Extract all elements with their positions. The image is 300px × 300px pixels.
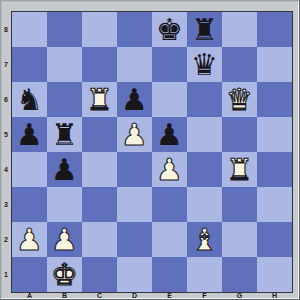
square-a4[interactable]	[12, 152, 47, 187]
white-queen: ♛	[226, 82, 253, 117]
square-g7[interactable]	[222, 47, 257, 82]
chess-board: ♚♜♛♞♜♟♛♟♜♟♟♟♟♜♟♟♝♚	[11, 11, 293, 293]
square-g1[interactable]	[222, 257, 257, 292]
rank-label-2: 2	[1, 222, 11, 257]
rank-label-3: 3	[1, 187, 11, 222]
square-e1[interactable]	[152, 257, 187, 292]
rank-labels: 87654321	[1, 12, 11, 292]
square-b1[interactable]: ♚	[47, 257, 82, 292]
file-label-a: A	[12, 292, 47, 300]
square-e4[interactable]: ♟	[152, 152, 187, 187]
white-king: ♚	[51, 257, 78, 292]
square-c5[interactable]	[82, 117, 117, 152]
file-labels: ABCDEFGH	[12, 292, 292, 300]
square-f4[interactable]	[187, 152, 222, 187]
black-pawn: ♟	[51, 152, 78, 187]
black-queen: ♛	[191, 47, 218, 82]
square-h2[interactable]	[257, 222, 292, 257]
square-c1[interactable]	[82, 257, 117, 292]
square-f1[interactable]	[187, 257, 222, 292]
square-b2[interactable]: ♟	[47, 222, 82, 257]
square-c2[interactable]	[82, 222, 117, 257]
square-h7[interactable]	[257, 47, 292, 82]
square-a6[interactable]: ♞	[12, 82, 47, 117]
square-d3[interactable]	[117, 187, 152, 222]
rank-label-7: 7	[1, 47, 11, 82]
square-b4[interactable]: ♟	[47, 152, 82, 187]
square-b7[interactable]	[47, 47, 82, 82]
black-king: ♚	[156, 12, 183, 47]
square-e6[interactable]	[152, 82, 187, 117]
square-c7[interactable]	[82, 47, 117, 82]
square-b3[interactable]	[47, 187, 82, 222]
square-h8[interactable]	[257, 12, 292, 47]
square-e2[interactable]	[152, 222, 187, 257]
black-knight: ♞	[16, 82, 43, 117]
rank-label-5: 5	[1, 117, 11, 152]
square-f2[interactable]: ♝	[187, 222, 222, 257]
white-bishop: ♝	[191, 222, 218, 257]
square-f3[interactable]	[187, 187, 222, 222]
square-f5[interactable]	[187, 117, 222, 152]
square-e7[interactable]	[152, 47, 187, 82]
square-d6[interactable]: ♟	[117, 82, 152, 117]
square-e8[interactable]: ♚	[152, 12, 187, 47]
square-f7[interactable]: ♛	[187, 47, 222, 82]
square-g3[interactable]	[222, 187, 257, 222]
square-e5[interactable]: ♟	[152, 117, 187, 152]
white-rook: ♜	[226, 152, 253, 187]
square-h3[interactable]	[257, 187, 292, 222]
square-d1[interactable]	[117, 257, 152, 292]
rank-label-8: 8	[1, 12, 11, 47]
square-b8[interactable]	[47, 12, 82, 47]
square-g5[interactable]	[222, 117, 257, 152]
white-pawn: ♟	[16, 222, 43, 257]
square-f8[interactable]: ♜	[187, 12, 222, 47]
square-h5[interactable]	[257, 117, 292, 152]
square-f6[interactable]	[187, 82, 222, 117]
square-c3[interactable]	[82, 187, 117, 222]
square-d5[interactable]: ♟	[117, 117, 152, 152]
white-pawn: ♟	[121, 117, 148, 152]
file-label-e: E	[152, 292, 187, 300]
square-a8[interactable]	[12, 12, 47, 47]
square-g2[interactable]	[222, 222, 257, 257]
white-pawn: ♟	[51, 222, 78, 257]
square-g8[interactable]	[222, 12, 257, 47]
square-h4[interactable]	[257, 152, 292, 187]
square-b5[interactable]: ♜	[47, 117, 82, 152]
square-g4[interactable]: ♜	[222, 152, 257, 187]
square-a3[interactable]	[12, 187, 47, 222]
rank-label-6: 6	[1, 82, 11, 117]
file-label-d: D	[117, 292, 152, 300]
square-d2[interactable]	[117, 222, 152, 257]
black-pawn: ♟	[121, 82, 148, 117]
file-label-c: C	[82, 292, 117, 300]
rank-label-4: 4	[1, 152, 11, 187]
black-pawn: ♟	[156, 117, 183, 152]
square-e3[interactable]	[152, 187, 187, 222]
square-d4[interactable]	[117, 152, 152, 187]
square-h1[interactable]	[257, 257, 292, 292]
file-label-h: H	[257, 292, 292, 300]
rank-label-1: 1	[1, 257, 11, 292]
file-label-b: B	[47, 292, 82, 300]
black-rook: ♜	[51, 117, 78, 152]
square-g6[interactable]: ♛	[222, 82, 257, 117]
square-a7[interactable]	[12, 47, 47, 82]
square-c6[interactable]: ♜	[82, 82, 117, 117]
black-rook: ♜	[191, 12, 218, 47]
square-a1[interactable]	[12, 257, 47, 292]
file-label-f: F	[187, 292, 222, 300]
square-d8[interactable]	[117, 12, 152, 47]
square-c8[interactable]	[82, 12, 117, 47]
square-a5[interactable]: ♟	[12, 117, 47, 152]
square-h6[interactable]	[257, 82, 292, 117]
white-pawn: ♟	[156, 152, 183, 187]
white-rook: ♜	[86, 82, 113, 117]
black-pawn: ♟	[16, 117, 43, 152]
square-b6[interactable]	[47, 82, 82, 117]
file-label-g: G	[222, 292, 257, 300]
board-frame: 87654321 ♚♜♛♞♜♟♛♟♜♟♟♟♟♜♟♟♝♚ ABCDEFGH	[0, 0, 300, 300]
square-a2[interactable]: ♟	[12, 222, 47, 257]
square-c4[interactable]	[82, 152, 117, 187]
square-d7[interactable]	[117, 47, 152, 82]
